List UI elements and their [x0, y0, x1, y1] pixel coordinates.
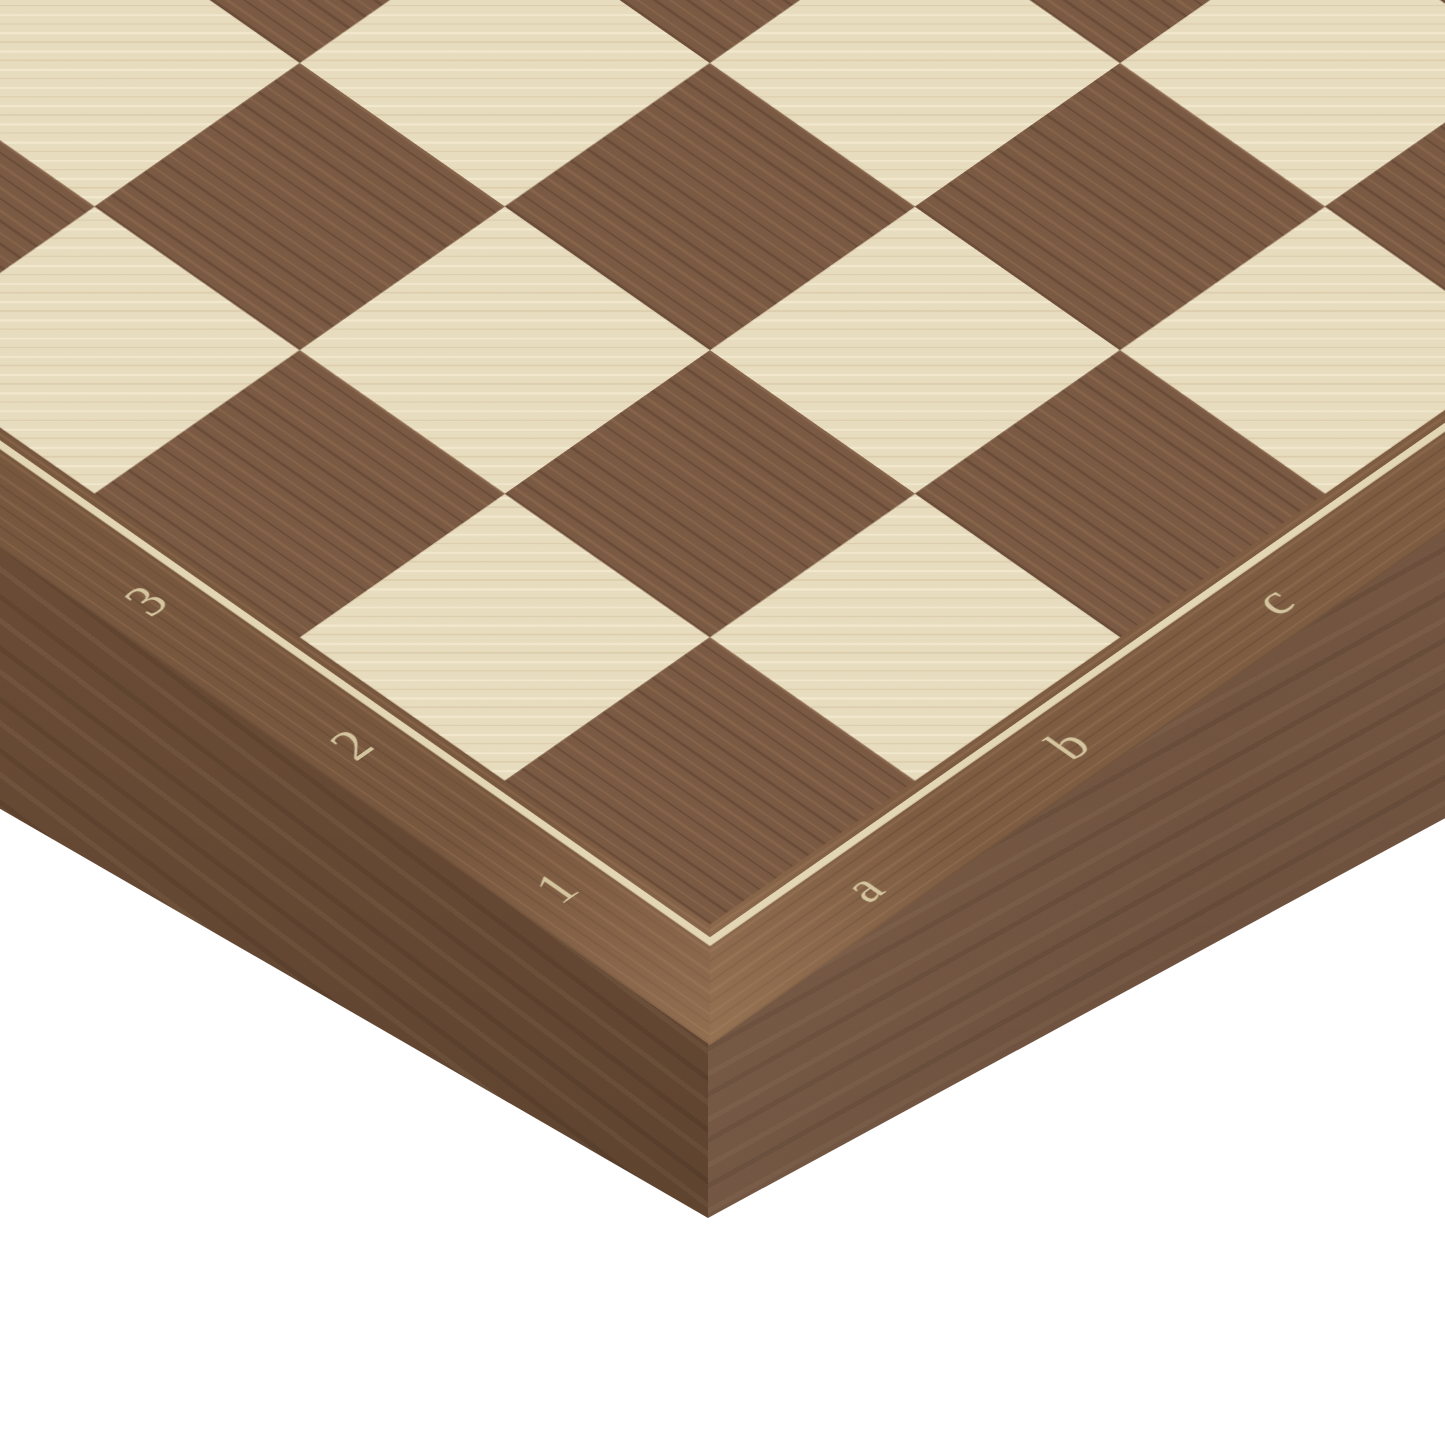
photo-canvas: 12345678abcdefgh — [0, 0, 1445, 1445]
